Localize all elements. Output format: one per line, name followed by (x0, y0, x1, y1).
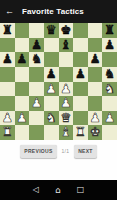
square-e4[interactable]: ♟ (59, 82, 74, 97)
white-king: ♚ (89, 126, 100, 139)
square-c5[interactable] (29, 67, 44, 82)
square-g1[interactable]: ♚ (88, 125, 103, 140)
square-b3[interactable] (15, 96, 30, 111)
square-c2[interactable] (29, 111, 44, 126)
black-pawn: ♟ (16, 53, 27, 66)
white-knight: ♞ (46, 111, 57, 124)
back-arrow-icon[interactable]: ← (5, 7, 14, 16)
square-g4[interactable] (88, 82, 103, 97)
black-pawn: ♟ (104, 38, 115, 51)
black-king: ♚ (60, 24, 71, 37)
black-pawn: ♟ (2, 53, 13, 66)
white-rook: ♜ (2, 126, 13, 139)
square-f1[interactable]: ♜ (73, 125, 88, 140)
square-a2[interactable]: ♟ (0, 111, 15, 126)
square-f5[interactable]: ♟ (73, 67, 88, 82)
square-h5[interactable]: ♞ (102, 67, 117, 82)
square-d7[interactable] (44, 38, 59, 53)
white-pawn: ♟ (2, 111, 13, 124)
chess-board: ♜♛♚♜♟♝♟♟♟♞♟♟♟♞♟♟♞♟♟♟♟♞♛♟♟♜♝♜♚ (0, 23, 117, 140)
puzzle-counter: 1/1 (62, 148, 70, 154)
square-e3[interactable]: ♟ (59, 96, 74, 111)
white-bishop: ♝ (60, 126, 71, 139)
square-c3[interactable]: ♟ (29, 96, 44, 111)
square-f4[interactable] (73, 82, 88, 97)
white-pawn: ♟ (31, 97, 42, 110)
square-c8[interactable] (29, 23, 44, 38)
square-b5[interactable] (15, 67, 30, 82)
square-a5[interactable] (0, 67, 15, 82)
square-c4[interactable] (29, 82, 44, 97)
white-pawn: ♟ (104, 111, 115, 124)
square-g2[interactable]: ♟ (88, 111, 103, 126)
next-button[interactable]: NEXT (74, 145, 97, 158)
page-title: Favorite Tactics (22, 7, 84, 16)
square-b2[interactable]: ♟ (15, 111, 30, 126)
square-g7[interactable] (88, 38, 103, 53)
square-a3[interactable] (0, 96, 15, 111)
square-g3[interactable] (88, 96, 103, 111)
square-h4[interactable]: ♞ (102, 82, 117, 97)
square-f6[interactable] (73, 52, 88, 67)
white-pawn: ♟ (16, 111, 27, 124)
black-rook: ♜ (104, 24, 115, 37)
black-pawn: ♟ (89, 53, 100, 66)
square-c6[interactable]: ♞ (29, 52, 44, 67)
square-b1[interactable] (15, 125, 30, 140)
square-h7[interactable]: ♟ (102, 38, 117, 53)
square-e8[interactable]: ♚ (59, 23, 74, 38)
square-a1[interactable]: ♜ (0, 125, 15, 140)
square-b7[interactable] (15, 38, 30, 53)
pager: PREVIOUS 1/1 NEXT (20, 145, 96, 157)
square-a7[interactable] (0, 38, 15, 53)
square-d3[interactable] (44, 96, 59, 111)
square-f2[interactable] (73, 111, 88, 126)
white-pawn: ♟ (46, 82, 57, 95)
black-queen: ♛ (46, 24, 57, 37)
square-h3[interactable] (102, 96, 117, 111)
square-g8[interactable] (88, 23, 103, 38)
white-knight: ♞ (104, 82, 115, 95)
square-b8[interactable] (15, 23, 30, 38)
square-d8[interactable]: ♛ (44, 23, 59, 38)
square-c1[interactable] (29, 125, 44, 140)
square-e2[interactable]: ♛ (59, 111, 74, 126)
nav-home-icon[interactable]: ⌂ (55, 186, 61, 195)
square-e6[interactable] (59, 52, 74, 67)
black-pawn: ♟ (31, 38, 42, 51)
black-rook: ♜ (2, 24, 13, 37)
square-f3[interactable] (73, 96, 88, 111)
previous-button[interactable]: PREVIOUS (20, 145, 56, 158)
square-f8[interactable] (73, 23, 88, 38)
square-h2[interactable]: ♟ (102, 111, 117, 126)
square-h1[interactable] (102, 125, 117, 140)
square-a8[interactable]: ♜ (0, 23, 15, 38)
pager-zone: PREVIOUS 1/1 NEXT (0, 140, 117, 180)
white-rook: ♜ (75, 126, 86, 139)
square-d6[interactable] (44, 52, 59, 67)
white-pawn: ♟ (60, 97, 71, 110)
square-g5[interactable] (88, 67, 103, 82)
square-a6[interactable]: ♟ (0, 52, 15, 67)
square-e5[interactable] (59, 67, 74, 82)
square-d5[interactable]: ♟ (44, 67, 59, 82)
square-a4[interactable] (0, 82, 15, 97)
square-h6[interactable] (102, 52, 117, 67)
square-e7[interactable]: ♝ (59, 38, 74, 53)
app-screen: ← Favorite Tactics ♜♛♚♜♟♝♟♟♟♞♟♟♟♞♟♟♞♟♟♟♟… (0, 0, 117, 200)
black-knight: ♞ (31, 53, 42, 66)
app-bar: ← Favorite Tactics (0, 0, 117, 23)
black-bishop: ♝ (60, 38, 71, 51)
white-pawn: ♟ (89, 111, 100, 124)
square-d2[interactable]: ♞ (44, 111, 59, 126)
white-pawn: ♟ (60, 82, 71, 95)
square-h8[interactable]: ♜ (102, 23, 117, 38)
square-c7[interactable]: ♟ (29, 38, 44, 53)
square-b6[interactable]: ♟ (15, 52, 30, 67)
square-e1[interactable]: ♝ (59, 125, 74, 140)
nav-recents-icon[interactable]: □ (77, 186, 85, 194)
black-knight: ♞ (104, 67, 115, 80)
black-pawn: ♟ (75, 67, 86, 80)
white-queen: ♛ (60, 111, 71, 124)
square-d4[interactable]: ♟ (44, 82, 59, 97)
android-nav-bar: ◁ ⌂ □ (0, 180, 117, 200)
square-d1[interactable] (44, 125, 59, 140)
square-b4[interactable] (15, 82, 30, 97)
nav-back-icon[interactable]: ◁ (33, 186, 39, 194)
black-pawn: ♟ (46, 67, 57, 80)
square-f7[interactable] (73, 38, 88, 53)
square-g6[interactable]: ♟ (88, 52, 103, 67)
